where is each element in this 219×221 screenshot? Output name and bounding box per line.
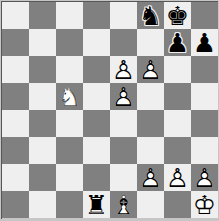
square-b2[interactable]	[29, 164, 56, 191]
square-d6[interactable]	[83, 56, 110, 83]
square-a2[interactable]	[2, 164, 29, 191]
piece-glyph-line: ♙	[164, 164, 191, 191]
square-e8[interactable]	[110, 2, 137, 29]
square-e2[interactable]	[110, 164, 137, 191]
square-h4[interactable]	[191, 110, 218, 137]
piece-glyph-line: ♙	[110, 83, 137, 110]
square-e7[interactable]	[110, 29, 137, 56]
white-pawn[interactable]: ♟♙	[110, 83, 137, 110]
square-f8[interactable]: ♞	[137, 2, 164, 29]
white-knight[interactable]: ♞♘	[56, 83, 83, 110]
square-f3[interactable]	[137, 137, 164, 164]
piece-glyph-line: ♗	[110, 191, 137, 218]
piece-glyph-line: ♙	[137, 56, 164, 83]
square-b7[interactable]	[29, 29, 56, 56]
square-d3[interactable]	[83, 137, 110, 164]
square-b8[interactable]	[29, 2, 56, 29]
square-e5[interactable]: ♟♙	[110, 83, 137, 110]
square-b5[interactable]	[29, 83, 56, 110]
square-g8[interactable]: ♚	[164, 2, 191, 29]
square-f2[interactable]: ♟♙	[137, 164, 164, 191]
square-h7[interactable]: ♟	[191, 29, 218, 56]
square-b6[interactable]	[29, 56, 56, 83]
square-g3[interactable]	[164, 137, 191, 164]
square-c6[interactable]	[56, 56, 83, 83]
square-g5[interactable]	[164, 83, 191, 110]
black-rook[interactable]: ♜	[83, 191, 110, 218]
square-a1[interactable]	[2, 191, 29, 218]
white-pawn[interactable]: ♟♙	[110, 56, 137, 83]
piece-glyph-line: ♙	[137, 164, 164, 191]
board-frame: ♞♚♟♟♟♙♟♙♞♘♟♙♟♙♟♙♟♙♜♝♗♚♔	[0, 0, 219, 221]
square-f1[interactable]	[137, 191, 164, 218]
piece-glyph-line: ♘	[56, 83, 83, 110]
square-c5[interactable]: ♞♘	[56, 83, 83, 110]
square-f4[interactable]	[137, 110, 164, 137]
white-pawn[interactable]: ♟♙	[137, 164, 164, 191]
piece-glyph-line: ♙	[110, 56, 137, 83]
square-h2[interactable]: ♟♙	[191, 164, 218, 191]
square-a3[interactable]	[2, 137, 29, 164]
square-d7[interactable]	[83, 29, 110, 56]
square-h1[interactable]: ♚♔	[191, 191, 218, 218]
square-c7[interactable]	[56, 29, 83, 56]
black-pawn[interactable]: ♟	[164, 29, 191, 56]
white-pawn[interactable]: ♟♙	[191, 164, 218, 191]
square-d1[interactable]: ♜	[83, 191, 110, 218]
square-e6[interactable]: ♟♙	[110, 56, 137, 83]
square-h5[interactable]	[191, 83, 218, 110]
square-h3[interactable]	[191, 137, 218, 164]
square-h6[interactable]	[191, 56, 218, 83]
square-g4[interactable]	[164, 110, 191, 137]
square-c2[interactable]	[56, 164, 83, 191]
white-pawn[interactable]: ♟♙	[137, 56, 164, 83]
square-a8[interactable]	[2, 2, 29, 29]
square-c8[interactable]	[56, 2, 83, 29]
square-e3[interactable]	[110, 137, 137, 164]
square-c3[interactable]	[56, 137, 83, 164]
square-g2[interactable]: ♟♙	[164, 164, 191, 191]
square-b4[interactable]	[29, 110, 56, 137]
chess-board: ♞♚♟♟♟♙♟♙♞♘♟♙♟♙♟♙♟♙♜♝♗♚♔	[2, 2, 218, 218]
square-a6[interactable]	[2, 56, 29, 83]
piece-glyph-line: ♙	[191, 164, 218, 191]
square-d5[interactable]	[83, 83, 110, 110]
square-d4[interactable]	[83, 110, 110, 137]
square-b3[interactable]	[29, 137, 56, 164]
square-a5[interactable]	[2, 83, 29, 110]
square-d2[interactable]	[83, 164, 110, 191]
square-b1[interactable]	[29, 191, 56, 218]
square-a7[interactable]	[2, 29, 29, 56]
black-pawn[interactable]: ♟	[191, 29, 218, 56]
square-f6[interactable]: ♟♙	[137, 56, 164, 83]
square-h8[interactable]	[191, 2, 218, 29]
square-g6[interactable]	[164, 56, 191, 83]
square-c4[interactable]	[56, 110, 83, 137]
black-knight[interactable]: ♞	[137, 2, 164, 29]
square-a4[interactable]	[2, 110, 29, 137]
black-king[interactable]: ♚	[164, 2, 191, 29]
white-bishop[interactable]: ♝♗	[110, 191, 137, 218]
white-king[interactable]: ♚♔	[191, 191, 218, 218]
square-e4[interactable]	[110, 110, 137, 137]
square-g1[interactable]	[164, 191, 191, 218]
square-d8[interactable]	[83, 2, 110, 29]
square-f5[interactable]	[137, 83, 164, 110]
square-f7[interactable]	[137, 29, 164, 56]
piece-glyph-line: ♔	[191, 191, 218, 218]
square-g7[interactable]: ♟	[164, 29, 191, 56]
square-c1[interactable]	[56, 191, 83, 218]
white-pawn[interactable]: ♟♙	[164, 164, 191, 191]
square-e1[interactable]: ♝♗	[110, 191, 137, 218]
